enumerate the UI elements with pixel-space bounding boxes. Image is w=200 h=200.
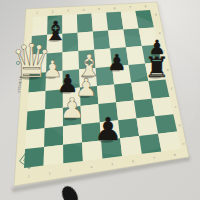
square-a3[interactable] bbox=[26, 110, 45, 131]
white-pawn-c3[interactable]: ♟ bbox=[59, 91, 85, 125]
black-pawn-f5[interactable]: ♟ bbox=[107, 50, 127, 75]
black-pawn-e2[interactable]: ♟ bbox=[94, 111, 122, 147]
square-a2[interactable] bbox=[25, 128, 44, 149]
square-b1[interactable] bbox=[44, 145, 64, 166]
photo-background: Overhead photo of a green-and-buff vinyl… bbox=[0, 0, 200, 200]
out-of-frame-piece bbox=[59, 183, 81, 200]
black-rook-h5[interactable]: ♜ bbox=[144, 51, 169, 84]
chess-board-photo: 11A22B33C44D55E66F77G88HVTCHESS♝♟♛♟♝♟♜♟♟… bbox=[0, 0, 200, 200]
